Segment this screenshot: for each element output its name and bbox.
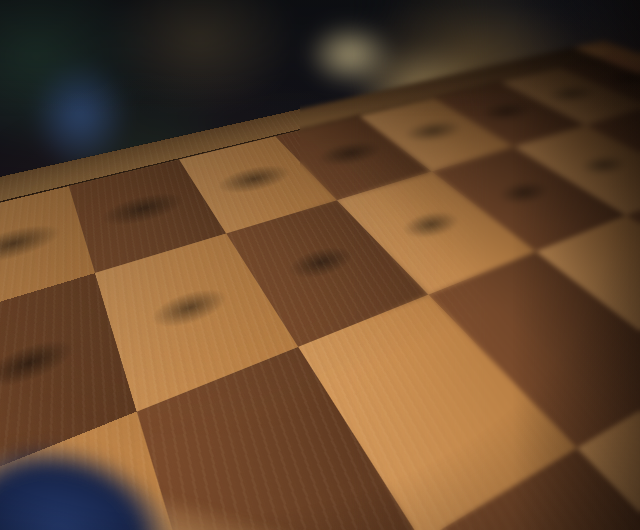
scene: ♜♞♝♛♚♝♞♜♟♟♟♟♟♟♟♟	[0, 0, 640, 530]
piece-black-pawn[interactable]: ♟	[474, 91, 573, 201]
chessboard-photo: ♜♞♝♛♚♝♞♜♟♟♟♟♟♟♟♟	[0, 0, 640, 530]
piece-black-pawn[interactable]: ♟	[377, 114, 484, 233]
board-grid: ♜♞♝♛♚♝♞♜♟♟♟♟♟♟♟♟	[0, 0, 640, 530]
piece-black-pawn[interactable]: ♟	[262, 142, 379, 272]
piece-black-pawn[interactable]: ♟	[0, 216, 100, 375]
piece-black-pawn[interactable]: ♟	[125, 176, 253, 319]
chess-board: ♜♞♝♛♚♝♞♜♟♟♟♟♟♟♟♟	[0, 0, 640, 530]
